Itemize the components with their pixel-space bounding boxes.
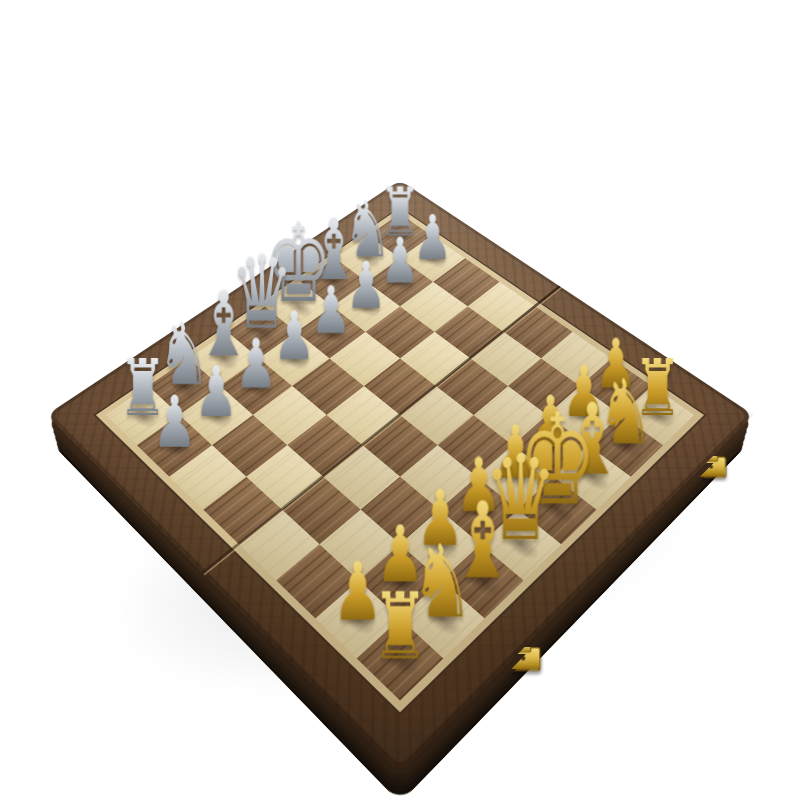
chess-board: ♜♟♟♜♞♟♟♞♝♟♟♝♚♟♟♚♛♟♟♛♝♟♟♝♞♟♟♞♜♟♟♜ — [46, 180, 753, 773]
board-frame: ♜♟♟♜♞♟♟♞♝♟♟♝♚♟♟♚♛♟♟♛♝♟♟♝♞♟♟♞♜♟♟♜ — [46, 180, 753, 773]
scene: ♜♟♟♜♞♟♟♞♝♟♟♝♚♟♟♚♛♟♟♛♝♟♟♝♞♟♟♞♜♟♟♜ — [0, 0, 800, 800]
